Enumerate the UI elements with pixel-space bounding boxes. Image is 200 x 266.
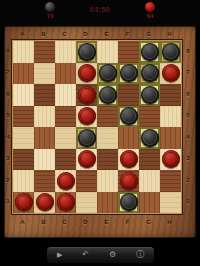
file-label-d: D [75,216,96,227]
black-piece-g4[interactable] [141,129,159,147]
rank-label-8: 8 [183,40,193,62]
file-label-c: C [54,28,75,39]
red-piece-c1[interactable] [57,193,75,211]
black-piece-g8[interactable] [141,43,159,61]
square-a2[interactable] [13,170,34,192]
square-c1[interactable] [55,192,76,214]
red-piece-f3[interactable] [120,150,138,168]
square-g1[interactable] [139,192,160,214]
square-g3[interactable] [139,149,160,171]
file-label-e: E [96,216,117,227]
file-label-e: E [96,28,117,39]
square-d2[interactable] [76,170,97,192]
square-a5[interactable] [13,106,34,128]
square-a4[interactable] [13,127,34,149]
red-piece-d6[interactable] [78,86,96,104]
square-h1[interactable] [160,192,181,214]
square-f1[interactable] [118,192,139,214]
red-piece-icon [145,2,155,12]
square-d5[interactable] [76,106,97,128]
file-label-d: D [75,28,96,39]
square-c3[interactable] [55,149,76,171]
rank-label-6: 6 [183,83,193,105]
square-c4[interactable] [55,127,76,149]
settings-button[interactable]: ⚙ [109,251,116,259]
square-h5[interactable] [160,106,181,128]
square-f7[interactable] [118,63,139,85]
black-piece-e7[interactable] [99,64,117,82]
square-c7[interactable] [55,63,76,85]
square-a1[interactable] [13,192,34,214]
file-label-b: B [33,216,54,227]
square-h8[interactable] [160,41,181,63]
file-label-f: F [117,28,138,39]
game-timer: 03:50 [0,6,200,13]
square-f3[interactable] [118,149,139,171]
square-c2[interactable] [55,170,76,192]
file-label-c: C [54,216,75,227]
square-e5[interactable] [97,106,118,128]
info-icon: ⓘ [136,250,144,259]
square-f4[interactable] [118,127,139,149]
gear-icon: ⚙ [109,250,116,259]
red-piece-d7[interactable] [78,64,96,82]
red-piece-h3[interactable] [162,150,180,168]
square-h3[interactable] [160,149,181,171]
square-d1[interactable] [76,192,97,214]
square-d7[interactable] [76,63,97,85]
square-b7[interactable] [34,63,55,85]
square-a8[interactable] [13,41,34,63]
square-h4[interactable] [160,127,181,149]
square-e1[interactable] [97,192,118,214]
square-g4[interactable] [139,127,160,149]
info-button[interactable]: ⓘ [136,251,144,259]
square-b5[interactable] [34,106,55,128]
black-piece-d4[interactable] [78,129,96,147]
square-f2[interactable] [118,170,139,192]
square-b3[interactable] [34,149,55,171]
square-h2[interactable] [160,170,181,192]
file-label-b: B [33,28,54,39]
file-labels-top: ABCDEFGH [12,28,180,39]
file-label-g: G [138,28,159,39]
red-score: 64 [135,13,165,20]
square-h6[interactable] [160,84,181,106]
square-e8[interactable] [97,41,118,63]
rank-label-5: 5 [183,105,193,127]
square-b1[interactable] [34,192,55,214]
file-labels-bottom: ABCDEFGH [12,216,180,227]
square-g5[interactable] [139,106,160,128]
red-piece-h7[interactable] [162,64,180,82]
rank-label-4: 4 [183,126,193,148]
play-button[interactable]: ▶ [57,252,62,259]
square-a7[interactable] [13,63,34,85]
file-label-a: A [12,216,33,227]
play-icon: ▶ [57,251,62,259]
square-g7[interactable] [139,63,160,85]
file-label-f: F [117,216,138,227]
black-piece-h8[interactable] [162,43,180,61]
square-e3[interactable] [97,149,118,171]
red-piece-d5[interactable] [78,107,96,125]
square-c6[interactable] [55,84,76,106]
top-status-bar: 73 03:50 64 [0,0,200,26]
red-piece-a1[interactable] [15,193,33,211]
board-frame: ABCDEFGH 87654321 87654321 ABCDEFGH [4,26,196,238]
bottom-toolbar: ▶ ↶ ⚙ ⓘ [47,247,154,263]
rank-label-3: 3 [183,148,193,170]
red-piece-d3[interactable] [78,150,96,168]
black-piece-g7[interactable] [141,64,159,82]
square-d6[interactable] [76,84,97,106]
checkers-board [12,40,182,214]
black-piece-f1[interactable] [120,193,138,211]
square-g8[interactable] [139,41,160,63]
square-e7[interactable] [97,63,118,85]
black-piece-g6[interactable] [141,86,159,104]
rank-label-2: 2 [183,169,193,191]
square-b8[interactable] [34,41,55,63]
file-label-a: A [12,28,33,39]
square-a3[interactable] [13,149,34,171]
black-piece-f7[interactable] [120,64,138,82]
square-d4[interactable] [76,127,97,149]
square-f6[interactable] [118,84,139,106]
square-d3[interactable] [76,149,97,171]
square-c8[interactable] [55,41,76,63]
rank-labels-right: 87654321 [183,40,193,212]
square-e6[interactable] [97,84,118,106]
square-f8[interactable] [118,41,139,63]
square-c5[interactable] [55,106,76,128]
square-g6[interactable] [139,84,160,106]
black-piece-f5[interactable] [120,107,138,125]
square-a6[interactable] [13,84,34,106]
black-piece-e6[interactable] [99,86,117,104]
black-piece-d8[interactable] [78,43,96,61]
square-f5[interactable] [118,106,139,128]
undo-icon: ↶ [82,250,89,259]
red-piece-c2[interactable] [57,172,75,190]
black-score: 73 [35,13,65,20]
square-b2[interactable] [34,170,55,192]
square-g2[interactable] [139,170,160,192]
rank-label-1: 1 [183,191,193,213]
red-score-group: 64 [135,2,165,20]
red-piece-f2[interactable] [120,172,138,190]
square-b6[interactable] [34,84,55,106]
app-screen: 73 03:50 64 ABCDEFGH 87654321 87654321 A… [0,0,200,266]
square-d8[interactable] [76,41,97,63]
file-label-h: H [159,28,180,39]
square-b4[interactable] [34,127,55,149]
undo-button[interactable]: ↶ [82,251,89,259]
red-piece-b1[interactable] [36,193,54,211]
file-label-h: H [159,216,180,227]
rank-label-7: 7 [183,62,193,84]
file-label-g: G [138,216,159,227]
square-h7[interactable] [160,63,181,85]
square-e4[interactable] [97,127,118,149]
square-e2[interactable] [97,170,118,192]
